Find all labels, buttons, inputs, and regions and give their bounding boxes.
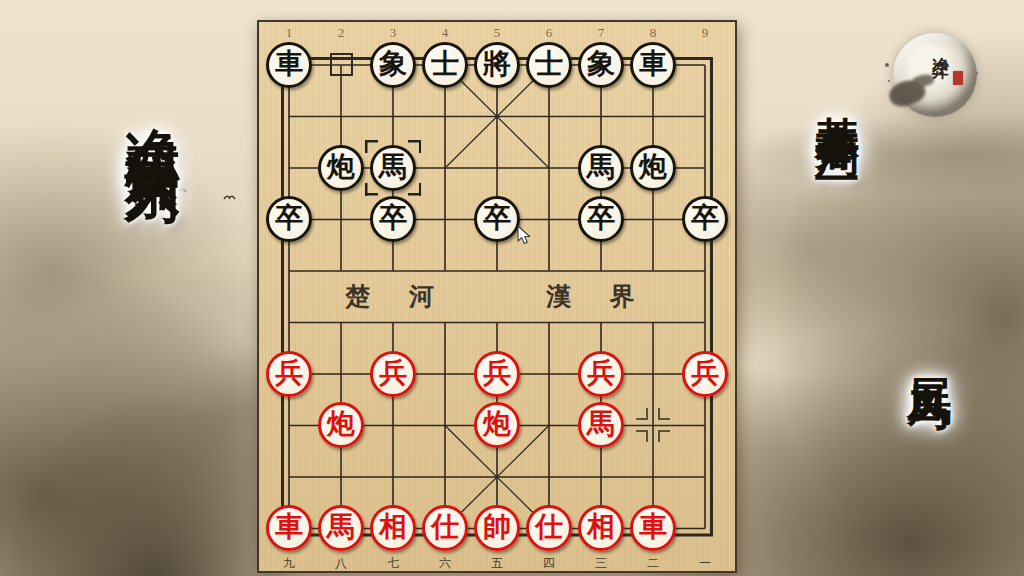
piece-label: 卒 [275, 204, 303, 232]
piece-black-象[interactable]: 象 [370, 42, 416, 88]
file-label: 八 [315, 555, 367, 572]
piece-black-炮[interactable]: 炮 [630, 145, 676, 191]
mouse-cursor [517, 225, 533, 247]
piece-label: 仕 [431, 513, 459, 541]
piece-label: 兵 [483, 359, 511, 387]
piece-label: 馬 [379, 153, 407, 181]
piece-label: 車 [639, 50, 667, 78]
piece-black-卒[interactable]: 卒 [266, 196, 312, 242]
piece-red-炮[interactable]: 炮 [318, 402, 364, 448]
piece-label: 兵 [587, 359, 615, 387]
piece-red-帥[interactable]: 帥 [474, 505, 520, 551]
file-label: 二 [627, 555, 679, 572]
birds-icon [160, 178, 246, 210]
piece-red-兵[interactable]: 兵 [578, 351, 624, 397]
marker-square [330, 53, 353, 76]
board-cells: 車象士將士象車炮馬馬炮卒卒卒卒卒兵兵兵兵兵炮炮馬車馬相仕帥仕相車 [263, 39, 731, 554]
piece-label: 兵 [379, 359, 407, 387]
piece-black-馬[interactable]: 馬 [578, 145, 624, 191]
piece-red-車[interactable]: 車 [630, 505, 676, 551]
piece-red-兵[interactable]: 兵 [682, 351, 728, 397]
piece-label: 車 [639, 513, 667, 541]
piece-black-卒[interactable]: 卒 [474, 196, 520, 242]
file-numbers-bottom: 九八七六五四三二一 [263, 555, 731, 572]
xiangqi-board[interactable]: 123456789 九八七六五四三二一 楚 河 漢 界 車象士將士象車炮馬馬炮卒… [257, 20, 737, 573]
stage: 净弈秘诀系列 基本开局三： 屏风马 净弈 123456789 九八七六五四三二一… [0, 0, 1024, 576]
piece-label: 卒 [483, 204, 511, 232]
piece-red-兵[interactable]: 兵 [370, 351, 416, 397]
file-label: 六 [419, 555, 471, 572]
piece-black-卒[interactable]: 卒 [578, 196, 624, 242]
piece-label: 兵 [691, 359, 719, 387]
piece-label: 車 [275, 513, 303, 541]
piece-label: 象 [587, 50, 615, 78]
piece-black-象[interactable]: 象 [578, 42, 624, 88]
piece-label: 車 [275, 50, 303, 78]
piece-label: 馬 [327, 513, 355, 541]
piece-red-仕[interactable]: 仕 [422, 505, 468, 551]
piece-label: 帥 [483, 513, 511, 541]
file-label: 七 [367, 555, 419, 572]
right-opening-title: 基本开局三： [807, 80, 867, 167]
piece-red-相[interactable]: 相 [578, 505, 624, 551]
piece-label: 馬 [587, 153, 615, 181]
piece-black-士[interactable]: 士 [526, 42, 572, 88]
piece-red-兵[interactable]: 兵 [266, 351, 312, 397]
file-label: 五 [471, 555, 523, 572]
piece-label: 炮 [327, 153, 355, 181]
logo-text: 净弈 [931, 42, 954, 49]
piece-black-將[interactable]: 將 [474, 42, 520, 88]
piece-label: 卒 [379, 204, 407, 232]
piece-label: 炮 [327, 410, 355, 438]
file-label: 四 [523, 555, 575, 572]
piece-black-卒[interactable]: 卒 [370, 196, 416, 242]
piece-red-馬[interactable]: 馬 [318, 505, 364, 551]
piece-black-車[interactable]: 車 [630, 42, 676, 88]
piece-label: 炮 [483, 410, 511, 438]
piece-label: 仕 [535, 513, 563, 541]
piece-red-仕[interactable]: 仕 [526, 505, 572, 551]
file-label: 九 [263, 555, 315, 572]
piece-label: 卒 [587, 204, 615, 232]
piece-label: 馬 [587, 410, 615, 438]
file-label: 三 [575, 555, 627, 572]
piece-label: 士 [535, 50, 563, 78]
piece-red-兵[interactable]: 兵 [474, 351, 520, 397]
piece-black-士[interactable]: 士 [422, 42, 468, 88]
piece-black-車[interactable]: 車 [266, 42, 312, 88]
piece-black-炮[interactable]: 炮 [318, 145, 364, 191]
piece-label: 炮 [639, 153, 667, 181]
piece-label: 相 [587, 513, 615, 541]
piece-red-相[interactable]: 相 [370, 505, 416, 551]
piece-black-卒[interactable]: 卒 [682, 196, 728, 242]
piece-label: 象 [379, 50, 407, 78]
piece-label: 兵 [275, 359, 303, 387]
piece-label: 相 [379, 513, 407, 541]
piece-label: 士 [431, 50, 459, 78]
piece-label: 將 [483, 50, 511, 78]
file-label: 一 [679, 555, 731, 572]
seal-icon [953, 71, 963, 85]
piece-red-馬[interactable]: 馬 [578, 402, 624, 448]
jingyi-logo: 净弈 [893, 33, 977, 117]
piece-label: 卒 [691, 204, 719, 232]
marker-cross [636, 408, 670, 442]
right-opening-subtitle: 屏风马 [899, 342, 959, 363]
piece-red-炮[interactable]: 炮 [474, 402, 520, 448]
left-series-title: 净弈秘诀系列 [116, 84, 189, 138]
piece-red-車[interactable]: 車 [266, 505, 312, 551]
